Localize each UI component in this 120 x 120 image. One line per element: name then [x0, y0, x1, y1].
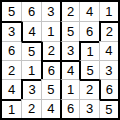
cell-digit: 2 — [106, 25, 113, 38]
cell-digit: 4 — [47, 102, 54, 115]
cell-r3c4[interactable]: 3 — [60, 41, 79, 60]
cell-digit: 2 — [67, 5, 74, 18]
cell-r4c1[interactable]: 2 — [2, 60, 21, 79]
cell-digit: 2 — [86, 83, 93, 96]
cell-digit: 3 — [86, 102, 93, 115]
cell-r4c4[interactable]: 4 — [60, 60, 79, 79]
cell-digit: 5 — [28, 45, 35, 58]
cell-digit: 3 — [67, 44, 74, 57]
cell-digit: 1 — [67, 83, 74, 96]
cell-r1c5[interactable]: 4 — [79, 2, 98, 21]
cell-r1c1[interactable]: 5 — [2, 2, 21, 21]
cell-r6c1[interactable]: 1 — [2, 99, 21, 118]
cell-digit: 1 — [105, 5, 112, 18]
cell-digit: 4 — [105, 44, 112, 57]
cell-r4c6[interactable]: 3 — [99, 60, 118, 79]
sudoku-board: 563241341562652314216453435126124635 — [0, 0, 120, 120]
cell-r2c2[interactable]: 4 — [21, 21, 40, 40]
cell-r2c6[interactable]: 2 — [99, 21, 118, 40]
cell-r6c3[interactable]: 4 — [41, 99, 60, 118]
cell-digit: 6 — [48, 64, 55, 77]
cell-r1c6[interactable]: 1 — [99, 2, 118, 21]
cell-digit: 5 — [86, 64, 93, 77]
cell-r5c3[interactable]: 5 — [41, 79, 60, 98]
cell-digit: 4 — [28, 25, 35, 38]
cell-r1c3[interactable]: 3 — [41, 2, 60, 21]
cell-digit: 5 — [47, 83, 54, 96]
cell-digit: 2 — [8, 64, 15, 77]
cell-digit: 6 — [86, 25, 93, 38]
cell-r6c4[interactable]: 6 — [60, 99, 79, 118]
cell-r4c3[interactable]: 6 — [41, 60, 60, 79]
cell-r5c5[interactable]: 2 — [79, 79, 98, 98]
cell-digit: 5 — [105, 103, 112, 116]
cell-digit: 6 — [28, 5, 35, 18]
cell-r6c6[interactable]: 5 — [99, 99, 118, 118]
cell-r3c3[interactable]: 2 — [41, 41, 60, 60]
cell-digit: 1 — [8, 103, 15, 116]
cell-r6c2[interactable]: 2 — [21, 99, 40, 118]
cell-digit: 2 — [28, 102, 35, 115]
cell-r2c5[interactable]: 6 — [79, 21, 98, 40]
cell-r5c2[interactable]: 3 — [21, 79, 40, 98]
cell-digit: 3 — [8, 25, 15, 38]
cell-digit: 1 — [86, 45, 93, 58]
cell-digit: 1 — [47, 25, 54, 38]
cell-digit: 6 — [106, 83, 113, 96]
cell-r5c6[interactable]: 6 — [99, 79, 118, 98]
cell-digit: 3 — [28, 83, 35, 96]
cell-digit: 1 — [28, 64, 35, 77]
cell-r2c4[interactable]: 5 — [60, 21, 79, 40]
cell-digit: 3 — [105, 64, 112, 77]
cell-r3c2[interactable]: 5 — [21, 41, 40, 60]
cell-digit: 3 — [47, 5, 54, 18]
cell-r5c1[interactable]: 4 — [2, 79, 21, 98]
cell-digit: 4 — [86, 5, 93, 18]
cell-r1c2[interactable]: 6 — [21, 2, 40, 21]
cell-r2c3[interactable]: 1 — [41, 21, 60, 40]
cell-r3c5[interactable]: 1 — [79, 41, 98, 60]
cell-digit: 5 — [67, 25, 74, 38]
cell-r3c6[interactable]: 4 — [99, 41, 118, 60]
cell-r1c4[interactable]: 2 — [60, 2, 79, 21]
cell-digit: 2 — [48, 44, 55, 57]
cell-digit: 4 — [67, 64, 74, 77]
cell-digit: 4 — [8, 83, 15, 96]
cell-r3c1[interactable]: 6 — [2, 41, 21, 60]
cell-r6c5[interactable]: 3 — [79, 99, 98, 118]
cell-r2c1[interactable]: 3 — [2, 21, 21, 40]
cell-digit: 6 — [8, 44, 15, 57]
cell-r5c4[interactable]: 1 — [60, 79, 79, 98]
cell-digit: 5 — [8, 5, 15, 18]
cell-r4c5[interactable]: 5 — [79, 60, 98, 79]
cell-r4c2[interactable]: 1 — [21, 60, 40, 79]
cell-digit: 6 — [67, 102, 74, 115]
